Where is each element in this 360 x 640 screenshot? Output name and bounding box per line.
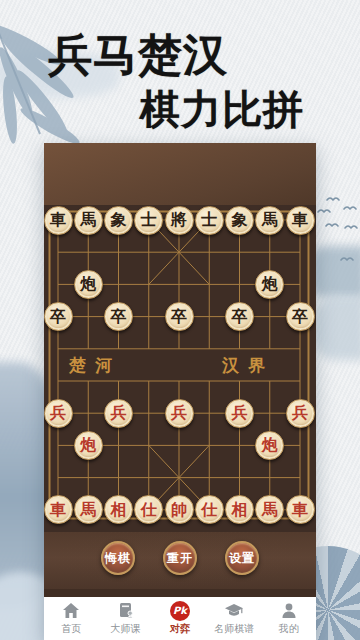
tab-master-class-label: 大师课 [111,622,141,636]
xiangqi-piece-black[interactable]: 馬 [255,206,284,235]
tab-master-class[interactable]: 大师课 [106,602,146,636]
title-line2: 棋力比拼 [140,82,304,137]
xiangqi-piece-black[interactable]: 炮 [74,270,103,299]
xiangqi-piece-red[interactable]: 兵 [225,399,254,428]
settings-button[interactable]: 设置 [225,541,259,575]
tab-play-label: 对弈 [170,622,190,636]
tab-master-records-label: 名师棋谱 [214,622,254,636]
xiangqi-board: 楚河 汉界 車馬象士將士象馬車炮炮卒卒卒卒卒兵兵兵兵兵炮炮車馬相仕帥仕相馬車 悔… [44,143,316,597]
river-label-chu: 楚河 [69,354,121,377]
xiangqi-piece-red[interactable]: 兵 [104,399,133,428]
pk-icon: Pk [170,602,190,620]
xiangqi-piece-red[interactable]: 兵 [165,399,194,428]
xiangqi-piece-red[interactable]: 兵 [286,399,315,428]
xiangqi-piece-black[interactable]: 士 [195,206,224,235]
tab-mine[interactable]: 我的 [269,602,309,636]
promo-screenshot: 兵马楚汉 棋力比拼 楚河 汉界 車馬象士將士象馬車炮炮卒卒卒卒卒兵兵兵兵兵炮炮車… [0,0,360,640]
xiangqi-piece-black[interactable]: 象 [225,206,254,235]
tab-play[interactable]: Pk 对弈 [160,602,200,636]
home-icon [62,602,80,620]
restart-button[interactable]: 重开 [163,541,197,575]
ink-wash-right-upper [310,246,360,298]
xiangqi-piece-black[interactable]: 卒 [44,302,73,331]
tab-master-records[interactable]: 名师棋谱 [214,602,254,636]
xiangqi-piece-black[interactable]: 士 [134,206,163,235]
xiangqi-piece-black[interactable]: 將 [165,206,194,235]
undo-button[interactable]: 悔棋 [101,541,135,575]
xiangqi-piece-red[interactable]: 仕 [195,495,224,524]
xiangqi-piece-black[interactable]: 卒 [286,302,315,331]
xiangqi-piece-black[interactable]: 車 [44,206,73,235]
birds-icon [314,192,360,266]
xiangqi-piece-red[interactable]: 帥 [165,495,194,524]
xiangqi-piece-black[interactable]: 卒 [225,302,254,331]
xiangqi-piece-red[interactable]: 車 [44,495,73,524]
game-button-row: 悔棋 重开 设置 [44,541,316,575]
river-label-han: 汉界 [222,354,274,377]
app-screenshot: 楚河 汉界 車馬象士將士象馬車炮炮卒卒卒卒卒兵兵兵兵兵炮炮車馬相仕帥仕相馬車 悔… [44,143,316,640]
bottom-tab-bar: 首页 大师课 Pk 对弈 [44,597,316,640]
xiangqi-piece-red[interactable]: 馬 [74,495,103,524]
xiangqi-piece-black[interactable]: 卒 [165,302,194,331]
profile-icon [281,602,297,620]
xiangqi-piece-black[interactable]: 炮 [255,270,284,299]
tab-mine-label: 我的 [279,622,299,636]
xiangqi-piece-red[interactable]: 炮 [255,431,284,460]
xiangqi-piece-red[interactable]: 炮 [74,431,103,460]
tab-home-label: 首页 [61,622,81,636]
xiangqi-piece-red[interactable]: 車 [286,495,315,524]
mentor-cap-icon [224,602,244,620]
tab-home[interactable]: 首页 [51,602,91,636]
xiangqi-piece-black[interactable]: 車 [286,206,315,235]
ink-wash-right-lower [314,296,360,360]
xiangqi-piece-red[interactable]: 兵 [44,399,73,428]
xiangqi-piece-black[interactable]: 象 [104,206,133,235]
course-icon [117,602,135,620]
xiangqi-piece-black[interactable]: 馬 [74,206,103,235]
title-line1: 兵马楚汉 [48,26,228,85]
xiangqi-piece-black[interactable]: 卒 [104,302,133,331]
